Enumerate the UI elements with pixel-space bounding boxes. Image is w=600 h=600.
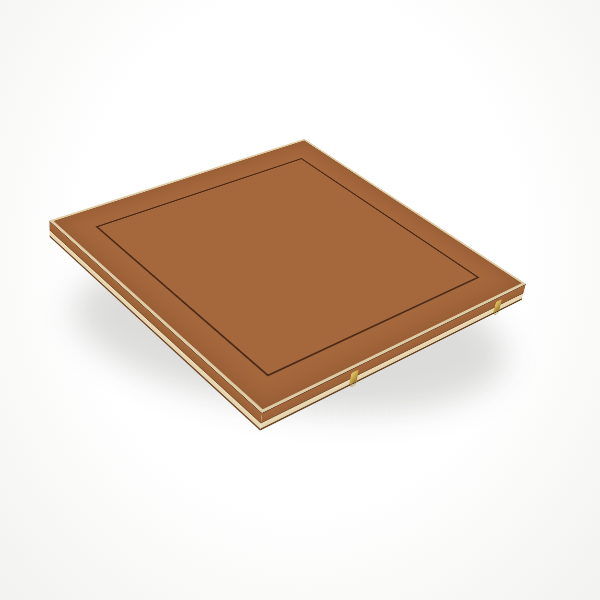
brass-clasp-icon[interactable] — [493, 299, 502, 313]
chess-set-photo — [0, 0, 600, 600]
